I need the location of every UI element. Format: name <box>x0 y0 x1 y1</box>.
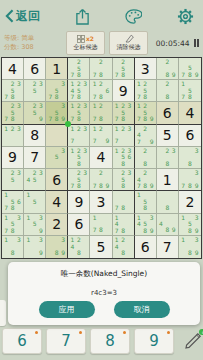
back-button[interactable]: 返回 <box>5 8 40 25</box>
cell-candidates: 28 <box>158 81 177 100</box>
cell-candidates: 8 <box>158 192 177 211</box>
settings-button[interactable] <box>177 8 194 25</box>
cell-r7c5[interactable]: 3 <box>90 191 112 213</box>
hint-text: r4c3=3 <box>8 289 200 297</box>
cell-r7c7[interactable]: 158 <box>135 191 157 213</box>
cell-candidates: 125789 <box>136 103 155 122</box>
cell-r3c2[interactable]: 2359 <box>24 102 46 124</box>
cell-candidates: 2479 <box>136 126 155 145</box>
cell-candidates: 15678 <box>3 192 22 211</box>
cell-candidates: 278 <box>91 59 110 78</box>
cell-r8c6[interactable]: 1478 <box>113 214 135 236</box>
cell-r9c2[interactable]: 139 <box>24 236 46 258</box>
pause-button[interactable] <box>194 39 200 47</box>
keypad-hidden-button-sliver[interactable] <box>0 300 6 326</box>
cell-value: 9 <box>113 80 134 101</box>
cell-r2c6[interactable]: 9 <box>113 80 135 102</box>
share-button[interactable] <box>75 8 90 25</box>
cell-candidates: 1578 <box>180 81 200 100</box>
cell-value: 4 <box>179 102 201 123</box>
hint-dialog: 唯一余数(Naked_Single) r4c3=3 应用 取消 <box>8 262 200 325</box>
keypad-digit-6[interactable]: 6 <box>2 328 42 354</box>
cell-r6c9[interactable]: 3789 <box>179 169 201 191</box>
cell-candidates: 3789 <box>180 170 200 189</box>
cell-r1c2[interactable]: 6 <box>24 58 46 80</box>
cell-r6c7[interactable]: 24789 <box>135 169 157 191</box>
hint-dot <box>65 121 71 127</box>
cell-candidates: 389 <box>47 237 66 257</box>
pause-icon <box>194 39 196 47</box>
cell-r4c6[interactable]: 1237 <box>113 125 135 147</box>
cell-value: 6 <box>46 169 67 190</box>
cell-candidates: 2578 <box>114 59 133 78</box>
mark-all-candidates-button[interactable]: x2 全标候选 <box>66 31 105 55</box>
cell-r4c7[interactable]: 2479 <box>135 125 157 147</box>
pencil-mode-button[interactable]: on <box>178 329 203 353</box>
cell-r2c7[interactable]: 12578 <box>135 80 157 102</box>
timer: 00:05:44 <box>156 39 190 48</box>
palette-icon <box>125 9 142 24</box>
level-label: 等级: 简单 <box>4 34 66 43</box>
cell-candidates: 123568 <box>114 148 133 167</box>
cell-r4c5[interactable]: 1279 <box>90 125 112 147</box>
cell-value: 6 <box>179 125 201 146</box>
cell-value: 5 <box>157 125 178 146</box>
cell-r1c1[interactable]: 4 <box>2 58 24 80</box>
cell-value: 7 <box>24 147 45 168</box>
cell-r2c9[interactable]: 1578 <box>179 80 201 102</box>
digit-count-dot <box>123 331 126 334</box>
cell-candidates: 1237 <box>69 126 88 145</box>
cell-value: 7 <box>157 236 178 258</box>
cell-r2c4[interactable]: 1234578 <box>68 80 90 102</box>
share-icon <box>75 8 90 25</box>
cell-r3c8[interactable]: 6 <box>157 102 179 124</box>
cell-value: 9 <box>68 191 89 212</box>
cell-r5c6[interactable]: 123568 <box>113 147 135 169</box>
cell-r5c7[interactable]: 28 <box>135 147 157 169</box>
cell-r2c5[interactable]: 12678 <box>90 80 112 102</box>
cell-r8c7[interactable]: 134589 <box>135 214 157 236</box>
pencil-on-badge: on <box>199 329 203 335</box>
cell-r3c4[interactable]: 123578 <box>68 102 90 124</box>
cell-candidates: 235 <box>3 170 22 189</box>
cell-candidates: 178 <box>91 215 110 234</box>
top-nav: 返回 <box>0 3 203 29</box>
cell-candidates: 489 <box>158 215 177 234</box>
cell-value: 6 <box>135 236 156 258</box>
keypad-digit-7[interactable]: 7 <box>46 328 86 354</box>
cell-r6c2[interactable]: 2345 <box>24 169 46 191</box>
cell-value: 8 <box>24 125 45 146</box>
cell-r5c1[interactable]: 9 <box>2 147 24 169</box>
cell-candidates: 78 <box>114 192 133 211</box>
cell-value: 5 <box>90 236 111 258</box>
apply-button[interactable]: 应用 <box>39 301 95 318</box>
cell-r9c7[interactable]: 6 <box>135 236 157 258</box>
cell-candidates: 1248 <box>114 237 133 257</box>
mark-all-label: 全标候选 <box>74 43 98 52</box>
cell-candidates: 28 <box>136 148 155 167</box>
cancel-button[interactable]: 取消 <box>114 301 170 318</box>
cell-r8c2[interactable]: 1359 <box>24 214 46 236</box>
cell-r5c8[interactable]: 238 <box>157 147 179 169</box>
cell-r6c8[interactable]: 1 <box>157 169 179 191</box>
cell-candidates: 23578 <box>3 103 22 122</box>
cell-candidates: 1279 <box>91 126 110 145</box>
cell-r1c5[interactable]: 278 <box>90 58 112 80</box>
cell-r2c8[interactable]: 28 <box>157 80 179 102</box>
cell-r7c4[interactable]: 9 <box>68 191 90 213</box>
cell-candidates: 1389 <box>180 237 200 257</box>
cell-r3c9[interactable]: 4 <box>179 102 201 124</box>
cell-value: 1 <box>157 169 178 190</box>
cell-candidates: 23578 <box>69 170 88 189</box>
cell-candidates: 12578 <box>136 81 155 100</box>
cell-candidates: 289 <box>158 59 177 78</box>
keypad-digit-9[interactable]: 9 <box>134 328 174 354</box>
cell-value: 2 <box>179 191 201 212</box>
game-stats: 等级: 简单 分数: 308 <box>4 34 66 52</box>
cell-r7c2[interactable]: 15 <box>24 191 46 213</box>
cell-candidates: 1478 <box>114 215 133 234</box>
cell-r3c7[interactable]: 125789 <box>135 102 157 124</box>
cell-value: 1 <box>46 58 67 79</box>
cell-value: 9 <box>2 147 23 168</box>
cell-r8c9[interactable]: 13589 <box>179 214 201 236</box>
cell-r9c9[interactable]: 1389 <box>179 236 201 258</box>
cell-candidates: 35 <box>47 148 66 167</box>
cell-candidates: 238 <box>158 148 177 167</box>
cell-r9c6[interactable]: 1248 <box>113 236 135 258</box>
cell-r4c4[interactable]: 1237 <box>68 125 90 147</box>
cell-r2c1[interactable]: 23578 <box>2 80 24 102</box>
cell-candidates: 123578 <box>69 103 88 122</box>
cell-r8c1[interactable]: 13578 <box>2 214 24 236</box>
cell-candidates: 1278 <box>91 103 110 122</box>
cell-candidates: 13578 <box>3 215 22 234</box>
cell-r1c4[interactable]: 2578 <box>68 58 90 80</box>
cell-candidates: 1237 <box>114 126 133 145</box>
cell-r4c1[interactable]: 123 <box>2 125 24 147</box>
cell-r3c6[interactable]: 123578 <box>113 102 135 124</box>
cell-r1c3[interactable]: 1 <box>46 58 68 80</box>
cell-r7c9[interactable]: 2 <box>179 191 201 213</box>
cell-r7c1[interactable]: 15678 <box>2 191 24 213</box>
cell-r8c3[interactable]: 2 <box>46 214 68 236</box>
score-label: 分数: 308 <box>4 43 66 52</box>
pencil-icon <box>184 332 202 350</box>
cell-candidates: 235 <box>25 81 44 100</box>
cell-candidates: 138 <box>3 237 22 257</box>
sudoku-board: 4612578278257832895789235782353578123457… <box>1 57 202 259</box>
cell-candidates: 123578 <box>114 103 133 122</box>
back-label: 返回 <box>16 8 40 25</box>
cell-r4c9[interactable]: 6 <box>179 125 201 147</box>
cell-r8c4[interactable]: 6 <box>68 214 90 236</box>
cell-candidates: 12678 <box>91 81 110 100</box>
cell-value: 4 <box>2 58 23 79</box>
cell-r7c8[interactable]: 8 <box>157 191 179 213</box>
cell-candidates: 2359 <box>25 103 44 122</box>
cell-candidates: 2358 <box>114 170 133 189</box>
cell-candidates: 38 <box>180 148 200 167</box>
cell-candidates: 3578 <box>47 81 66 100</box>
cell-candidates: 23578 <box>3 81 22 100</box>
cell-candidates: 123 <box>3 126 22 145</box>
cell-candidates: 1359 <box>25 215 44 234</box>
digit-count-dot <box>35 331 38 334</box>
cell-value: 4 <box>90 147 111 168</box>
cell-r5c3[interactable]: 35 <box>46 147 68 169</box>
digit-count-dot <box>79 331 82 334</box>
cell-candidates: 35789 <box>47 103 66 122</box>
cell-r2c2[interactable]: 235 <box>24 80 46 102</box>
hint-title: 唯一余数(Naked_Single) <box>8 269 200 279</box>
cell-candidates: 2578 <box>69 59 88 78</box>
cell-candidates: 158 <box>136 192 155 211</box>
cell-candidates: 24789 <box>136 170 155 189</box>
cell-candidates: 1234578 <box>69 81 88 100</box>
cell-r7c3[interactable]: 4 <box>46 191 68 213</box>
cell-r4c8[interactable]: 5 <box>157 125 179 147</box>
cell-r3c1[interactable]: 23578 <box>2 102 24 124</box>
cell-r6c3[interactable]: 6 <box>46 169 68 191</box>
clear-label: 清除候选 <box>117 43 141 52</box>
cell-r4c2[interactable]: 8 <box>24 125 46 147</box>
keypad: 6789 on <box>2 328 203 354</box>
info-bar: 等级: 简单 分数: 308 x2 全标候选 清除候选 00:05:44 <box>0 30 203 56</box>
cell-r1c8[interactable]: 289 <box>157 58 179 80</box>
cell-value: 3 <box>135 58 156 79</box>
keypad-digit-8[interactable]: 8 <box>90 328 130 354</box>
cell-r1c9[interactable]: 5789 <box>179 58 201 80</box>
grid-icon <box>77 35 85 43</box>
cell-r5c2[interactable]: 7 <box>24 147 46 169</box>
cell-value: 6 <box>157 102 178 123</box>
chevron-left-icon <box>5 9 14 23</box>
cell-candidates: 134589 <box>136 215 155 234</box>
eraser-icon <box>124 34 134 43</box>
cell-r9c1[interactable]: 138 <box>2 236 24 258</box>
mark-all-count-badge: x2 <box>86 35 94 42</box>
cell-candidates: 2345 <box>25 170 44 189</box>
cell-r6c4[interactable]: 23578 <box>68 169 90 191</box>
cell-r2c3[interactable]: 3578 <box>46 80 68 102</box>
digit-count-dot <box>167 331 170 334</box>
cell-r3c5[interactable]: 1278 <box>90 102 112 124</box>
cell-r9c3[interactable]: 389 <box>46 236 68 258</box>
cell-r1c6[interactable]: 2578 <box>113 58 135 80</box>
cell-r5c9[interactable]: 38 <box>179 147 201 169</box>
cell-r5c4[interactable]: 12358 <box>68 147 90 169</box>
theme-button[interactable] <box>125 9 142 24</box>
cell-r6c6[interactable]: 2358 <box>113 169 135 191</box>
cell-candidates: 2789 <box>91 170 110 189</box>
cell-r9c5[interactable]: 5 <box>90 236 112 258</box>
cell-r6c5[interactable]: 2789 <box>90 169 112 191</box>
cell-r5c5[interactable]: 4 <box>90 147 112 169</box>
cell-value: 4 <box>46 191 67 212</box>
cell-candidates: 12358 <box>69 148 88 167</box>
clear-candidates-button[interactable]: 清除候选 <box>109 31 148 55</box>
cell-value: 2 <box>46 214 67 235</box>
cell-candidates: 1248 <box>69 237 88 257</box>
cell-candidates: 15 <box>25 192 44 211</box>
cell-candidates: 13589 <box>180 215 200 234</box>
cell-r4c3[interactable] <box>46 125 68 147</box>
cell-r8c8[interactable]: 489 <box>157 214 179 236</box>
cell-r9c4[interactable]: 1248 <box>68 236 90 258</box>
cell-candidates: 5789 <box>180 59 200 78</box>
cell-r7c6[interactable]: 78 <box>113 191 135 213</box>
cell-r8c5[interactable]: 178 <box>90 214 112 236</box>
cell-value: 3 <box>90 191 111 212</box>
cell-r6c1[interactable]: 235 <box>2 169 24 191</box>
cell-r9c8[interactable]: 7 <box>157 236 179 258</box>
cell-value: 6 <box>24 58 45 79</box>
gear-icon <box>177 8 194 25</box>
cell-r1c7[interactable]: 3 <box>135 58 157 80</box>
cell-candidates: 139 <box>25 237 44 257</box>
cell-value: 6 <box>68 214 89 235</box>
